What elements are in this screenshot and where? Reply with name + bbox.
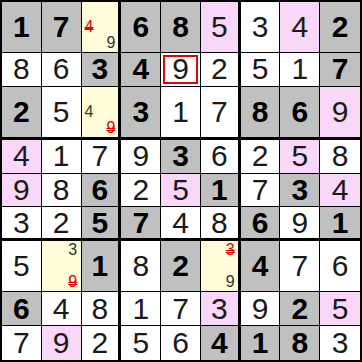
solved-digit: 7 <box>172 294 189 324</box>
cell-r5c7[interactable]: 7 <box>241 174 281 208</box>
cell-r4c2[interactable]: 1 <box>42 140 82 174</box>
cell-r1c6[interactable]: 5 <box>201 2 241 53</box>
cell-r2c6[interactable]: 2 <box>201 53 241 87</box>
cell-r3c8[interactable]: 6 <box>280 87 320 140</box>
cell-r9c9[interactable]: 3 <box>320 326 360 360</box>
solved-digit: 9 <box>13 175 30 205</box>
cell-r8c5[interactable]: 7 <box>161 292 201 326</box>
solved-digit: 4 <box>53 294 70 324</box>
cell-r3c4[interactable]: 3 <box>121 87 161 140</box>
given-digit: 8 <box>252 97 269 127</box>
solved-digit: 1 <box>132 294 149 324</box>
pencil-mark-crossed: 3 <box>226 242 235 258</box>
solved-digit: 9 <box>53 328 70 358</box>
cell-r6c9[interactable]: 1 <box>320 207 360 241</box>
solved-digit: 3 <box>332 328 349 358</box>
given-digit: 1 <box>13 12 30 42</box>
solved-digit: 3 <box>211 294 228 324</box>
cell-r7c3[interactable]: 1 <box>82 241 122 292</box>
cell-r8c2[interactable]: 4 <box>42 292 82 326</box>
given-digit: 6 <box>291 97 308 127</box>
solved-digit: 1 <box>291 54 308 84</box>
solved-digit: 5 <box>13 251 30 281</box>
solved-digit: 8 <box>332 141 349 171</box>
cell-r2c3[interactable]: 3 <box>82 53 122 87</box>
cell-r5c1[interactable]: 9 <box>2 174 42 208</box>
given-digit: 1 <box>92 251 109 281</box>
cell-r9c5[interactable]: 6 <box>161 326 201 360</box>
cell-r5c2[interactable]: 8 <box>42 174 82 208</box>
cell-r6c4[interactable]: 7 <box>121 207 161 241</box>
cell-r9c1[interactable]: 7 <box>2 326 42 360</box>
cell-r2c4[interactable]: 4 <box>121 53 161 87</box>
given-digit: 1 <box>252 328 269 358</box>
cell-r6c5[interactable]: 4 <box>161 207 201 241</box>
given-digit: 6 <box>252 208 269 238</box>
cell-r4c7[interactable]: 2 <box>241 140 281 174</box>
cell-r2c9[interactable]: 7 <box>320 53 360 87</box>
given-digit: 7 <box>332 54 349 84</box>
solved-digit: 8 <box>132 251 149 281</box>
pencil-mark: 9 <box>106 35 115 51</box>
cell-r8c6[interactable]: 3 <box>201 292 241 326</box>
cell-r7c4[interactable]: 8 <box>121 241 161 292</box>
pencil-mark: 4 <box>85 104 94 120</box>
solved-digit: 9 <box>332 97 349 127</box>
cell-r7c2[interactable]: 39 <box>42 241 82 292</box>
cell-r5c6[interactable]: 1 <box>201 174 241 208</box>
solved-digit: 9 <box>132 141 149 171</box>
solved-digit: 5 <box>332 294 349 324</box>
cell-r6c7[interactable]: 6 <box>241 207 281 241</box>
pencil-mark: 3 <box>68 242 77 258</box>
cell-r9c4[interactable]: 5 <box>121 326 161 360</box>
solved-digit: 7 <box>13 328 30 358</box>
cell-r6c1[interactable]: 3 <box>2 207 42 241</box>
solved-digit: 4 <box>332 175 349 205</box>
sudoku-board: 1749685342863492517254931786941793625898… <box>0 0 362 362</box>
cell-r7c8[interactable]: 7 <box>280 241 320 292</box>
cell-r2c5-selected[interactable]: 9 <box>161 53 201 87</box>
cell-r4c5[interactable]: 3 <box>161 140 201 174</box>
cell-r5c5[interactable]: 5 <box>161 174 201 208</box>
solved-digit: 5 <box>53 97 70 127</box>
cell-r7c9[interactable]: 6 <box>320 241 360 292</box>
cell-r3c1[interactable]: 2 <box>2 87 42 140</box>
cell-r2c8[interactable]: 1 <box>280 53 320 87</box>
solved-digit: 6 <box>211 141 228 171</box>
cell-r6c6[interactable]: 8 <box>201 207 241 241</box>
pencil-mark-crossed: 4 <box>85 19 94 35</box>
cell-r8c4[interactable]: 1 <box>121 292 161 326</box>
given-digit: 2 <box>172 251 189 281</box>
cell-r5c3[interactable]: 6 <box>82 174 122 208</box>
given-digit: 3 <box>92 54 109 84</box>
cell-r2c2[interactable]: 6 <box>42 53 82 87</box>
solved-digit: 5 <box>291 141 308 171</box>
cell-r2c7[interactable]: 5 <box>241 53 281 87</box>
pencil-mark-crossed: 9 <box>106 120 115 136</box>
given-digit: 2 <box>13 97 30 127</box>
cell-r6c8[interactable]: 9 <box>280 207 320 241</box>
cell-r1c7[interactable]: 3 <box>241 2 281 53</box>
solved-digit: 9 <box>291 208 308 238</box>
given-digit: 6 <box>132 12 149 42</box>
given-digit: 8 <box>172 12 189 42</box>
solved-digit: 2 <box>92 328 109 358</box>
cell-r1c4[interactable]: 6 <box>121 2 161 53</box>
given-digit: 4 <box>132 54 149 84</box>
cell-r8c8[interactable]: 2 <box>280 292 320 326</box>
cell-r3c6[interactable]: 7 <box>201 87 241 140</box>
cell-r2c1[interactable]: 8 <box>2 53 42 87</box>
cell-r4c8[interactable]: 5 <box>280 140 320 174</box>
given-digit: 7 <box>53 12 70 42</box>
given-digit: 1 <box>332 208 349 238</box>
solved-digit: 7 <box>92 141 109 171</box>
cell-r3c9[interactable]: 9 <box>320 87 360 140</box>
cell-r1c1[interactable]: 1 <box>2 2 42 53</box>
solved-digit: 2 <box>252 141 269 171</box>
given-digit: 4 <box>211 328 228 358</box>
cell-r4c3[interactable]: 7 <box>82 140 122 174</box>
cell-r9c7[interactable]: 1 <box>241 326 281 360</box>
given-digit: 6 <box>92 175 109 205</box>
cell-r9c3[interactable]: 2 <box>82 326 122 360</box>
cell-r1c5[interactable]: 8 <box>161 2 201 53</box>
given-digit: 5 <box>92 208 109 238</box>
cell-r8c7[interactable]: 9 <box>241 292 281 326</box>
solved-digit: 5 <box>252 54 269 84</box>
cell-r6c3[interactable]: 5 <box>82 207 122 241</box>
cell-r4c1[interactable]: 4 <box>2 140 42 174</box>
pencil-mark: 9 <box>226 274 235 290</box>
solved-digit: 9 <box>252 294 269 324</box>
cell-r3c5[interactable]: 1 <box>161 87 201 140</box>
cell-r4c4[interactable]: 9 <box>121 140 161 174</box>
cell-r3c7[interactable]: 8 <box>241 87 281 140</box>
cell-r5c4[interactable]: 2 <box>121 174 161 208</box>
given-digit: 2 <box>332 12 349 42</box>
cell-r1c3[interactable]: 49 <box>82 2 122 53</box>
cell-r3c2[interactable]: 5 <box>42 87 82 140</box>
cell-r3c3[interactable]: 49 <box>82 87 122 140</box>
given-digit: 7 <box>132 208 149 238</box>
cell-r6c2[interactable]: 2 <box>42 207 82 241</box>
solved-digit: 7 <box>252 175 269 205</box>
given-digit: 3 <box>291 175 308 205</box>
solved-digit: 5 <box>132 328 149 358</box>
cell-r8c9[interactable]: 5 <box>320 292 360 326</box>
cell-r7c7[interactable]: 4 <box>241 241 281 292</box>
cell-r7c6[interactable]: 39 <box>201 241 241 292</box>
cell-r7c5[interactable]: 2 <box>161 241 201 292</box>
solved-digit: 2 <box>132 175 149 205</box>
solved-digit: 9 <box>172 54 189 84</box>
cell-r5c8[interactable]: 3 <box>280 174 320 208</box>
cell-r1c9[interactable]: 2 <box>320 2 360 53</box>
given-digit: 8 <box>291 328 308 358</box>
given-digit: 3 <box>172 141 189 171</box>
solved-digit: 4 <box>291 12 308 42</box>
solved-digit: 6 <box>332 251 349 281</box>
solved-digit: 6 <box>53 54 70 84</box>
solved-digit: 5 <box>172 175 189 205</box>
cell-r9c2[interactable]: 9 <box>42 326 82 360</box>
solved-digit: 1 <box>53 141 70 171</box>
cell-r9c6[interactable]: 4 <box>201 326 241 360</box>
solved-digit: 7 <box>291 251 308 281</box>
cell-r4c9[interactable]: 8 <box>320 140 360 174</box>
cell-r7c1[interactable]: 5 <box>2 241 42 292</box>
solved-digit: 2 <box>211 54 228 84</box>
solved-digit: 2 <box>53 208 70 238</box>
solved-digit: 1 <box>172 97 189 127</box>
given-digit: 1 <box>211 175 228 205</box>
given-digit: 6 <box>13 294 30 324</box>
cell-r5c9[interactable]: 4 <box>320 174 360 208</box>
cell-r8c1[interactable]: 6 <box>2 292 42 326</box>
given-digit: 4 <box>252 251 269 281</box>
pencil-mark-crossed: 9 <box>68 274 77 290</box>
cell-r4c6[interactable]: 6 <box>201 140 241 174</box>
solved-digit: 6 <box>172 328 189 358</box>
solved-digit: 4 <box>13 141 30 171</box>
cell-r1c2[interactable]: 7 <box>42 2 82 53</box>
solved-digit: 4 <box>172 208 189 238</box>
cell-r8c3[interactable]: 8 <box>82 292 122 326</box>
solved-digit: 8 <box>53 175 70 205</box>
solved-digit: 3 <box>252 12 269 42</box>
solved-digit: 3 <box>13 208 30 238</box>
given-digit: 3 <box>132 97 149 127</box>
solved-digit: 5 <box>211 12 228 42</box>
solved-digit: 8 <box>92 294 109 324</box>
given-digit: 2 <box>291 294 308 324</box>
solved-digit: 8 <box>211 208 228 238</box>
solved-digit: 7 <box>211 97 228 127</box>
cell-r1c8[interactable]: 4 <box>280 2 320 53</box>
solved-digit: 8 <box>13 54 30 84</box>
cell-r9c8[interactable]: 8 <box>280 326 320 360</box>
